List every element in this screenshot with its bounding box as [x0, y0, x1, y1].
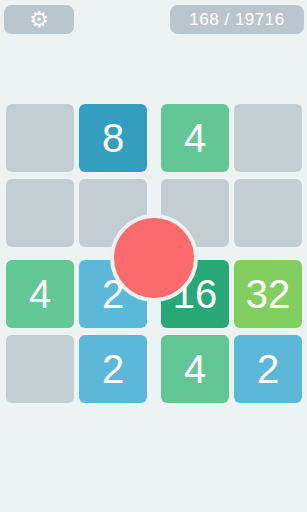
empty-cell: [234, 104, 302, 172]
score-display: 168 / 19716: [170, 5, 304, 34]
settings-button[interactable]: ⚙: [4, 5, 74, 34]
empty-cell: [6, 104, 74, 172]
empty-cell: [234, 179, 302, 247]
tile-8: 8: [79, 104, 147, 172]
game-screen: ⚙ 168 / 19716 84421632242: [0, 0, 307, 512]
tile-4: 4: [161, 104, 229, 172]
tile-2: 2: [234, 335, 302, 403]
tile-32: 32: [234, 260, 302, 328]
tile-4: 4: [161, 335, 229, 403]
tile-4: 4: [6, 260, 74, 328]
tile-2: 2: [79, 335, 147, 403]
gear-icon: ⚙: [29, 9, 49, 31]
red-ball[interactable]: [110, 214, 198, 302]
empty-cell: [6, 179, 74, 247]
empty-cell: [6, 335, 74, 403]
